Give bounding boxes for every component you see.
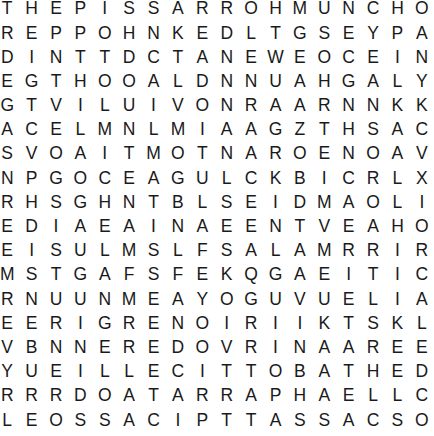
grid-cell-r9c17[interactable]: L xyxy=(385,191,409,215)
grid-cell-r6c17[interactable]: A xyxy=(385,118,409,142)
grid-cell-r3c15[interactable]: C xyxy=(336,45,360,69)
grid-cell-r14c3[interactable]: R xyxy=(44,311,68,335)
grid-cell-r8c16[interactable]: R xyxy=(361,166,385,190)
grid-cell-r10c1[interactable]: E xyxy=(0,215,19,239)
grid-cell-r5c8[interactable]: V xyxy=(166,94,190,118)
grid-cell-r1c15[interactable]: N xyxy=(336,0,360,21)
grid-cell-r5c5[interactable]: L xyxy=(93,94,117,118)
grid-cell-r1c6[interactable]: S xyxy=(117,0,141,21)
grid-cell-r10c18[interactable]: O xyxy=(410,215,434,239)
grid-cell-r18c10[interactable]: T xyxy=(215,408,239,432)
grid-cell-r18c8[interactable]: I xyxy=(166,408,190,432)
grid-cell-r12c3[interactable]: T xyxy=(44,263,68,287)
grid-cell-r2c13[interactable]: G xyxy=(288,21,312,45)
grid-cell-r7c17[interactable]: A xyxy=(385,142,409,166)
grid-cell-r13c15[interactable]: E xyxy=(336,287,360,311)
grid-cell-r17c8[interactable]: A xyxy=(166,384,190,408)
grid-cell-r18c11[interactable]: T xyxy=(239,408,263,432)
grid-cell-r5c4[interactable]: I xyxy=(68,94,92,118)
grid-cell-r10c8[interactable]: N xyxy=(166,215,190,239)
grid-cell-r15c5[interactable]: E xyxy=(93,336,117,360)
grid-cell-r9c7[interactable]: T xyxy=(141,191,165,215)
grid-cell-r16c9[interactable]: I xyxy=(190,360,214,384)
grid-cell-r8c6[interactable]: E xyxy=(117,166,141,190)
grid-cell-r4c10[interactable]: N xyxy=(215,70,239,94)
grid-cell-r3c14[interactable]: O xyxy=(312,45,336,69)
grid-cell-r13c8[interactable]: A xyxy=(166,287,190,311)
grid-cell-r12c7[interactable]: S xyxy=(141,263,165,287)
grid-cell-r6c10[interactable]: A xyxy=(215,118,239,142)
grid-cell-r6c7[interactable]: L xyxy=(141,118,165,142)
grid-cell-r2c6[interactable]: H xyxy=(117,21,141,45)
grid-cell-r7c6[interactable]: T xyxy=(117,142,141,166)
grid-cell-r12c9[interactable]: E xyxy=(190,263,214,287)
grid-cell-r14c9[interactable]: O xyxy=(190,311,214,335)
grid-cell-r17c15[interactable]: E xyxy=(336,384,360,408)
grid-cell-r4c9[interactable]: D xyxy=(190,70,214,94)
grid-cell-r6c16[interactable]: S xyxy=(361,118,385,142)
grid-cell-r9c8[interactable]: B xyxy=(166,191,190,215)
grid-cell-r1c4[interactable]: P xyxy=(68,0,92,21)
grid-cell-r10c6[interactable]: A xyxy=(117,215,141,239)
grid-cell-r6c15[interactable]: H xyxy=(336,118,360,142)
grid-cell-r17c3[interactable]: R xyxy=(44,384,68,408)
grid-cell-r2c1[interactable]: R xyxy=(0,21,19,45)
grid-cell-r17c9[interactable]: R xyxy=(190,384,214,408)
grid-cell-r16c3[interactable]: E xyxy=(44,360,68,384)
grid-cell-r6c6[interactable]: N xyxy=(117,118,141,142)
grid-cell-r6c18[interactable]: C xyxy=(410,118,434,142)
grid-cell-r1c8[interactable]: A xyxy=(166,0,190,21)
grid-cell-r18c13[interactable]: S xyxy=(288,408,312,432)
grid-cell-r9c10[interactable]: S xyxy=(215,191,239,215)
grid-cell-r6c1[interactable]: A xyxy=(0,118,19,142)
grid-cell-r4c2[interactable]: G xyxy=(19,70,43,94)
grid-cell-r7c8[interactable]: O xyxy=(166,142,190,166)
grid-cell-r4c13[interactable]: A xyxy=(288,70,312,94)
grid-cell-r17c10[interactable]: R xyxy=(215,384,239,408)
grid-cell-r16c4[interactable]: I xyxy=(68,360,92,384)
grid-cell-r10c11[interactable]: E xyxy=(239,215,263,239)
grid-cell-r18c9[interactable]: P xyxy=(190,408,214,432)
grid-cell-r8c18[interactable]: X xyxy=(410,166,434,190)
grid-cell-r17c16[interactable]: L xyxy=(361,384,385,408)
grid-cell-r17c18[interactable]: C xyxy=(410,384,434,408)
grid-cell-r15c6[interactable]: R xyxy=(117,336,141,360)
grid-cell-r5c9[interactable]: O xyxy=(190,94,214,118)
grid-cell-r13c10[interactable]: O xyxy=(215,287,239,311)
grid-cell-r16c5[interactable]: L xyxy=(93,360,117,384)
grid-cell-r10c2[interactable]: D xyxy=(19,215,43,239)
grid-cell-r1c16[interactable]: C xyxy=(361,0,385,21)
grid-cell-r1c9[interactable]: R xyxy=(190,0,214,21)
grid-cell-r8c10[interactable]: L xyxy=(215,166,239,190)
grid-cell-r5c13[interactable]: A xyxy=(288,94,312,118)
grid-cell-r3c12[interactable]: W xyxy=(263,45,287,69)
grid-cell-r6c4[interactable]: L xyxy=(68,118,92,142)
grid-cell-r12c8[interactable]: F xyxy=(166,263,190,287)
grid-cell-r14c17[interactable]: K xyxy=(385,311,409,335)
grid-cell-r3c9[interactable]: A xyxy=(190,45,214,69)
grid-cell-r11c1[interactable]: E xyxy=(0,239,19,263)
grid-cell-r11c6[interactable]: M xyxy=(117,239,141,263)
grid-cell-r15c13[interactable]: N xyxy=(288,336,312,360)
grid-cell-r11c2[interactable]: I xyxy=(19,239,43,263)
grid-cell-r8c14[interactable]: I xyxy=(312,166,336,190)
grid-cell-r12c14[interactable]: E xyxy=(312,263,336,287)
grid-cell-r13c9[interactable]: Y xyxy=(190,287,214,311)
grid-cell-r17c6[interactable]: A xyxy=(117,384,141,408)
grid-cell-r16c13[interactable]: B xyxy=(288,360,312,384)
grid-cell-r5c18[interactable]: K xyxy=(410,94,434,118)
grid-cell-r13c1[interactable]: R xyxy=(0,287,19,311)
grid-cell-r10c5[interactable]: E xyxy=(93,215,117,239)
grid-cell-r4c7[interactable]: A xyxy=(141,70,165,94)
grid-cell-r10c4[interactable]: A xyxy=(68,215,92,239)
grid-cell-r1c13[interactable]: M xyxy=(288,0,312,21)
grid-cell-r18c7[interactable]: C xyxy=(141,408,165,432)
grid-cell-r7c2[interactable]: V xyxy=(19,142,43,166)
grid-cell-r11c17[interactable]: I xyxy=(385,239,409,263)
grid-cell-r14c14[interactable]: K xyxy=(312,311,336,335)
grid-cell-r7c13[interactable]: O xyxy=(288,142,312,166)
grid-cell-r10c10[interactable]: E xyxy=(215,215,239,239)
grid-cell-r9c11[interactable]: E xyxy=(239,191,263,215)
grid-cell-r18c16[interactable]: C xyxy=(361,408,385,432)
grid-cell-r12c12[interactable]: G xyxy=(263,263,287,287)
grid-cell-r7c4[interactable]: A xyxy=(68,142,92,166)
grid-cell-r16c11[interactable]: T xyxy=(239,360,263,384)
grid-cell-r2c16[interactable]: Y xyxy=(361,21,385,45)
grid-cell-r4c3[interactable]: T xyxy=(44,70,68,94)
grid-cell-r10c16[interactable]: A xyxy=(361,215,385,239)
grid-cell-r5c17[interactable]: K xyxy=(385,94,409,118)
grid-cell-r9c12[interactable]: I xyxy=(263,191,287,215)
grid-cell-r1c17[interactable]: H xyxy=(385,0,409,21)
grid-cell-r16c14[interactable]: A xyxy=(312,360,336,384)
grid-cell-r3c18[interactable]: N xyxy=(410,45,434,69)
grid-cell-r6c14[interactable]: T xyxy=(312,118,336,142)
grid-cell-r2c14[interactable]: S xyxy=(312,21,336,45)
grid-cell-r10c7[interactable]: I xyxy=(141,215,165,239)
grid-cell-r8c5[interactable]: C xyxy=(93,166,117,190)
grid-cell-r13c7[interactable]: E xyxy=(141,287,165,311)
grid-cell-r12c10[interactable]: K xyxy=(215,263,239,287)
grid-cell-r16c17[interactable]: E xyxy=(385,360,409,384)
grid-cell-r12c18[interactable]: C xyxy=(410,263,434,287)
grid-cell-r13c2[interactable]: N xyxy=(19,287,43,311)
grid-cell-r14c12[interactable]: I xyxy=(263,311,287,335)
grid-cell-r17c2[interactable]: R xyxy=(19,384,43,408)
grid-cell-r3c8[interactable]: T xyxy=(166,45,190,69)
grid-cell-r9c4[interactable]: G xyxy=(68,191,92,215)
grid-cell-r18c18[interactable]: O xyxy=(410,408,434,432)
grid-cell-r13c6[interactable]: M xyxy=(117,287,141,311)
grid-cell-r12c16[interactable]: T xyxy=(361,263,385,287)
grid-cell-r5c1[interactable]: G xyxy=(0,94,19,118)
grid-cell-r2c11[interactable]: L xyxy=(239,21,263,45)
grid-cell-r5c14[interactable]: R xyxy=(312,94,336,118)
grid-cell-r12c4[interactable]: G xyxy=(68,263,92,287)
grid-cell-r2c15[interactable]: E xyxy=(336,21,360,45)
grid-cell-r16c2[interactable]: U xyxy=(19,360,43,384)
grid-cell-r6c3[interactable]: E xyxy=(44,118,68,142)
grid-cell-r1c18[interactable]: O xyxy=(410,0,434,21)
grid-cell-r3c13[interactable]: E xyxy=(288,45,312,69)
grid-cell-r2c10[interactable]: D xyxy=(215,21,239,45)
grid-cell-r17c12[interactable]: P xyxy=(263,384,287,408)
grid-cell-r12c6[interactable]: F xyxy=(117,263,141,287)
grid-cell-r4c17[interactable]: L xyxy=(385,70,409,94)
grid-cell-r2c12[interactable]: T xyxy=(263,21,287,45)
grid-cell-r4c6[interactable]: O xyxy=(117,70,141,94)
grid-cell-r5c7[interactable]: I xyxy=(141,94,165,118)
grid-cell-r11c15[interactable]: R xyxy=(336,239,360,263)
grid-cell-r5c6[interactable]: U xyxy=(117,94,141,118)
grid-cell-r12c2[interactable]: S xyxy=(19,263,43,287)
grid-cell-r1c5[interactable]: I xyxy=(93,0,117,21)
grid-cell-r2c7[interactable]: N xyxy=(141,21,165,45)
grid-cell-r10c9[interactable]: A xyxy=(190,215,214,239)
grid-cell-r7c15[interactable]: N xyxy=(336,142,360,166)
grid-cell-r16c15[interactable]: T xyxy=(336,360,360,384)
grid-cell-r14c16[interactable]: S xyxy=(361,311,385,335)
grid-cell-r12c1[interactable]: M xyxy=(0,263,19,287)
grid-cell-r14c18[interactable]: L xyxy=(410,311,434,335)
grid-cell-r11c13[interactable]: A xyxy=(288,239,312,263)
grid-cell-r8c15[interactable]: C xyxy=(336,166,360,190)
grid-cell-r8c2[interactable]: P xyxy=(19,166,43,190)
grid-cell-r13c17[interactable]: I xyxy=(385,287,409,311)
grid-cell-r8c8[interactable]: G xyxy=(166,166,190,190)
grid-cell-r12c15[interactable]: I xyxy=(336,263,360,287)
grid-cell-r17c4[interactable]: D xyxy=(68,384,92,408)
grid-cell-r1c3[interactable]: E xyxy=(44,0,68,21)
grid-cell-r2c2[interactable]: E xyxy=(19,21,43,45)
grid-cell-r4c8[interactable]: L xyxy=(166,70,190,94)
grid-cell-r6c13[interactable]: Z xyxy=(288,118,312,142)
grid-cell-r5c12[interactable]: A xyxy=(263,94,287,118)
grid-cell-r14c4[interactable]: I xyxy=(68,311,92,335)
grid-cell-r15c11[interactable]: R xyxy=(239,336,263,360)
grid-cell-r3c10[interactable]: N xyxy=(215,45,239,69)
grid-cell-r7c16[interactable]: O xyxy=(361,142,385,166)
grid-cell-r16c18[interactable]: D xyxy=(410,360,434,384)
grid-cell-r18c6[interactable]: A xyxy=(117,408,141,432)
grid-cell-r11c7[interactable]: S xyxy=(141,239,165,263)
grid-cell-r17c7[interactable]: T xyxy=(141,384,165,408)
grid-cell-r4c14[interactable]: H xyxy=(312,70,336,94)
grid-cell-r9c16[interactable]: O xyxy=(361,191,385,215)
grid-cell-r3c6[interactable]: D xyxy=(117,45,141,69)
grid-cell-r16c12[interactable]: O xyxy=(263,360,287,384)
grid-cell-r12c13[interactable]: A xyxy=(288,263,312,287)
grid-cell-r7c9[interactable]: T xyxy=(190,142,214,166)
grid-cell-r5c11[interactable]: R xyxy=(239,94,263,118)
grid-cell-r8c7[interactable]: A xyxy=(141,166,165,190)
grid-cell-r15c9[interactable]: O xyxy=(190,336,214,360)
grid-cell-r18c14[interactable]: S xyxy=(312,408,336,432)
grid-cell-r15c12[interactable]: I xyxy=(263,336,287,360)
grid-cell-r9c15[interactable]: A xyxy=(336,191,360,215)
grid-cell-r5c16[interactable]: N xyxy=(361,94,385,118)
grid-cell-r17c13[interactable]: H xyxy=(288,384,312,408)
grid-cell-r6c9[interactable]: I xyxy=(190,118,214,142)
grid-cell-r10c13[interactable]: T xyxy=(288,215,312,239)
grid-cell-r3c17[interactable]: I xyxy=(385,45,409,69)
grid-cell-r5c15[interactable]: N xyxy=(336,94,360,118)
grid-cell-r15c8[interactable]: D xyxy=(166,336,190,360)
grid-cell-r11c4[interactable]: U xyxy=(68,239,92,263)
grid-cell-r8c12[interactable]: K xyxy=(263,166,287,190)
grid-cell-r3c2[interactable]: I xyxy=(19,45,43,69)
grid-cell-r4c12[interactable]: U xyxy=(263,70,287,94)
grid-cell-r11c10[interactable]: S xyxy=(215,239,239,263)
grid-cell-r15c4[interactable]: N xyxy=(68,336,92,360)
grid-cell-r11c16[interactable]: R xyxy=(361,239,385,263)
grid-cell-r18c1[interactable]: L xyxy=(0,408,19,432)
grid-cell-r2c9[interactable]: E xyxy=(190,21,214,45)
grid-cell-r16c16[interactable]: H xyxy=(361,360,385,384)
grid-cell-r18c5[interactable]: S xyxy=(93,408,117,432)
grid-cell-r17c1[interactable]: R xyxy=(0,384,19,408)
grid-cell-r16c10[interactable]: T xyxy=(215,360,239,384)
grid-cell-r10c15[interactable]: E xyxy=(336,215,360,239)
grid-cell-r1c7[interactable]: S xyxy=(141,0,165,21)
grid-cell-r13c16[interactable]: L xyxy=(361,287,385,311)
grid-cell-r15c14[interactable]: A xyxy=(312,336,336,360)
grid-cell-r11c9[interactable]: F xyxy=(190,239,214,263)
grid-cell-r7c3[interactable]: O xyxy=(44,142,68,166)
grid-cell-r11c18[interactable]: R xyxy=(410,239,434,263)
grid-cell-r7c12[interactable]: R xyxy=(263,142,287,166)
grid-cell-r16c1[interactable]: Y xyxy=(0,360,19,384)
grid-cell-r3c1[interactable]: D xyxy=(0,45,19,69)
grid-cell-r1c11[interactable]: O xyxy=(239,0,263,21)
grid-cell-r7c5[interactable]: I xyxy=(93,142,117,166)
grid-cell-r15c15[interactable]: A xyxy=(336,336,360,360)
grid-cell-r2c3[interactable]: P xyxy=(44,21,68,45)
grid-cell-r5c3[interactable]: V xyxy=(44,94,68,118)
grid-cell-r4c5[interactable]: O xyxy=(93,70,117,94)
grid-cell-r13c11[interactable]: G xyxy=(239,287,263,311)
grid-cell-r15c18[interactable]: E xyxy=(410,336,434,360)
grid-cell-r1c10[interactable]: R xyxy=(215,0,239,21)
grid-cell-r10c12[interactable]: N xyxy=(263,215,287,239)
grid-cell-r2c18[interactable]: A xyxy=(410,21,434,45)
grid-cell-r3c16[interactable]: E xyxy=(361,45,385,69)
grid-cell-r15c1[interactable]: V xyxy=(0,336,19,360)
grid-cell-r6c12[interactable]: G xyxy=(263,118,287,142)
grid-cell-r14c13[interactable]: I xyxy=(288,311,312,335)
grid-cell-r15c10[interactable]: V xyxy=(215,336,239,360)
grid-cell-r13c18[interactable]: A xyxy=(410,287,434,311)
grid-cell-r8c4[interactable]: O xyxy=(68,166,92,190)
grid-cell-r18c4[interactable]: S xyxy=(68,408,92,432)
grid-cell-r18c3[interactable]: O xyxy=(44,408,68,432)
grid-cell-r11c5[interactable]: L xyxy=(93,239,117,263)
grid-cell-r17c11[interactable]: A xyxy=(239,384,263,408)
grid-cell-r11c14[interactable]: M xyxy=(312,239,336,263)
grid-cell-r4c16[interactable]: A xyxy=(361,70,385,94)
grid-cell-r14c7[interactable]: E xyxy=(141,311,165,335)
grid-cell-r17c17[interactable]: L xyxy=(385,384,409,408)
grid-cell-r4c11[interactable]: N xyxy=(239,70,263,94)
grid-cell-r10c3[interactable]: I xyxy=(44,215,68,239)
grid-cell-r13c5[interactable]: N xyxy=(93,287,117,311)
grid-cell-r9c6[interactable]: N xyxy=(117,191,141,215)
grid-cell-r2c4[interactable]: P xyxy=(68,21,92,45)
grid-cell-r18c15[interactable]: A xyxy=(336,408,360,432)
grid-cell-r3c11[interactable]: E xyxy=(239,45,263,69)
grid-cell-r2c5[interactable]: O xyxy=(93,21,117,45)
grid-cell-r9c1[interactable]: R xyxy=(0,191,19,215)
grid-cell-r12c5[interactable]: A xyxy=(93,263,117,287)
grid-cell-r8c1[interactable]: N xyxy=(0,166,19,190)
grid-cell-r14c1[interactable]: E xyxy=(0,311,19,335)
grid-cell-r9c13[interactable]: D xyxy=(288,191,312,215)
grid-cell-r3c4[interactable]: T xyxy=(68,45,92,69)
grid-cell-r2c17[interactable]: P xyxy=(385,21,409,45)
grid-cell-r13c3[interactable]: U xyxy=(44,287,68,311)
grid-cell-r5c10[interactable]: N xyxy=(215,94,239,118)
grid-cell-r15c3[interactable]: N xyxy=(44,336,68,360)
grid-cell-r9c14[interactable]: M xyxy=(312,191,336,215)
grid-cell-r14c8[interactable]: N xyxy=(166,311,190,335)
grid-cell-r18c2[interactable]: E xyxy=(19,408,43,432)
grid-cell-r13c14[interactable]: U xyxy=(312,287,336,311)
grid-cell-r7c11[interactable]: A xyxy=(239,142,263,166)
grid-cell-r18c12[interactable]: A xyxy=(263,408,287,432)
grid-cell-r6c5[interactable]: M xyxy=(93,118,117,142)
grid-cell-r13c13[interactable]: V xyxy=(288,287,312,311)
grid-cell-r1c12[interactable]: H xyxy=(263,0,287,21)
grid-cell-r7c10[interactable]: N xyxy=(215,142,239,166)
grid-cell-r8c3[interactable]: G xyxy=(44,166,68,190)
grid-cell-r15c16[interactable]: R xyxy=(361,336,385,360)
grid-cell-r14c2[interactable]: E xyxy=(19,311,43,335)
grid-cell-r15c7[interactable]: E xyxy=(141,336,165,360)
grid-cell-r18c17[interactable]: S xyxy=(385,408,409,432)
grid-cell-r4c18[interactable]: Y xyxy=(410,70,434,94)
grid-cell-r12c11[interactable]: Q xyxy=(239,263,263,287)
grid-cell-r14c15[interactable]: T xyxy=(336,311,360,335)
grid-cell-r14c10[interactable]: I xyxy=(215,311,239,335)
grid-cell-r11c3[interactable]: S xyxy=(44,239,68,263)
grid-cell-r12c17[interactable]: I xyxy=(385,263,409,287)
grid-cell-r4c15[interactable]: G xyxy=(336,70,360,94)
grid-cell-r7c1[interactable]: S xyxy=(0,142,19,166)
grid-cell-r11c8[interactable]: L xyxy=(166,239,190,263)
grid-cell-r3c7[interactable]: C xyxy=(141,45,165,69)
grid-cell-r8c17[interactable]: L xyxy=(385,166,409,190)
grid-cell-r4c4[interactable]: H xyxy=(68,70,92,94)
grid-cell-r9c2[interactable]: H xyxy=(19,191,43,215)
grid-cell-r15c17[interactable]: E xyxy=(385,336,409,360)
grid-cell-r14c5[interactable]: G xyxy=(93,311,117,335)
grid-cell-r11c11[interactable]: A xyxy=(239,239,263,263)
grid-cell-r9c3[interactable]: S xyxy=(44,191,68,215)
grid-cell-r9c5[interactable]: H xyxy=(93,191,117,215)
grid-cell-r4c1[interactable]: E xyxy=(0,70,19,94)
grid-cell-r10c14[interactable]: V xyxy=(312,215,336,239)
grid-cell-r9c9[interactable]: L xyxy=(190,191,214,215)
grid-cell-r8c13[interactable]: B xyxy=(288,166,312,190)
grid-cell-r16c8[interactable]: C xyxy=(166,360,190,384)
grid-cell-r6c11[interactable]: A xyxy=(239,118,263,142)
grid-cell-r1c14[interactable]: U xyxy=(312,0,336,21)
grid-cell-r7c14[interactable]: E xyxy=(312,142,336,166)
